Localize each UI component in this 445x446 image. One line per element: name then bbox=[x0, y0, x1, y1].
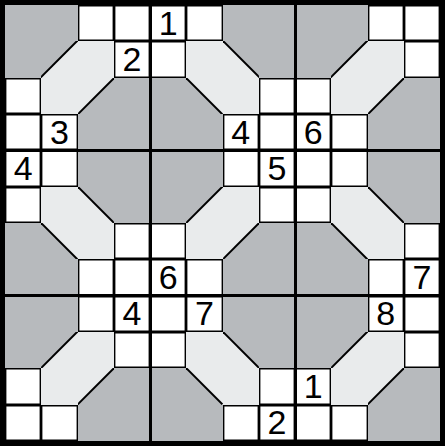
cell-r9c2 bbox=[41, 296, 77, 332]
octagon-corner-diagonal bbox=[331, 41, 367, 77]
cell-r12c9[interactable] bbox=[295, 405, 331, 441]
cell-r10c7 bbox=[223, 332, 259, 368]
cell-r3c12 bbox=[404, 78, 440, 114]
cell-r8c12: 7 bbox=[404, 259, 440, 295]
octagon-corner-diagonal bbox=[78, 78, 114, 114]
cell-r4c1[interactable] bbox=[5, 114, 41, 150]
cell-r7c1 bbox=[5, 223, 41, 259]
given-digit: 1 bbox=[159, 5, 178, 41]
cell-r7c11 bbox=[368, 223, 404, 259]
cell-r6c4 bbox=[114, 187, 150, 223]
cell-r2c1 bbox=[5, 41, 41, 77]
cell-r8c1 bbox=[5, 259, 41, 295]
cell-r10c5[interactable] bbox=[150, 332, 186, 368]
cell-r9c9 bbox=[295, 296, 331, 332]
cell-r4c11 bbox=[368, 114, 404, 150]
cell-r3c5 bbox=[150, 78, 186, 114]
octagon-corner-diagonal bbox=[41, 223, 77, 259]
cell-r6c10 bbox=[331, 187, 367, 223]
cell-r7c4[interactable] bbox=[114, 223, 150, 259]
cell-r12c3 bbox=[78, 405, 114, 441]
octagon-corner-diagonal bbox=[78, 368, 114, 404]
given-digit: 4 bbox=[14, 150, 33, 186]
cell-r3c6 bbox=[186, 78, 222, 114]
cell-r10c9 bbox=[295, 332, 331, 368]
cell-r5c1: 4 bbox=[5, 150, 41, 186]
puzzle-grid: 12346456747812 bbox=[5, 5, 440, 441]
octagon-corner-diagonal bbox=[331, 332, 367, 368]
given-digit: 4 bbox=[122, 296, 141, 332]
cell-r12c4 bbox=[114, 405, 150, 441]
cell-r1c5: 1 bbox=[150, 5, 186, 41]
cell-r3c1[interactable] bbox=[5, 78, 41, 114]
cell-r4c2: 3 bbox=[41, 114, 77, 150]
cell-r12c11 bbox=[368, 405, 404, 441]
cell-r4c12 bbox=[404, 114, 440, 150]
cell-r10c6 bbox=[186, 332, 222, 368]
cell-r2c11 bbox=[368, 41, 404, 77]
cell-r11c5 bbox=[150, 368, 186, 404]
cell-r3c7 bbox=[223, 78, 259, 114]
cell-r11c11 bbox=[368, 368, 404, 404]
cell-r8c6[interactable] bbox=[186, 259, 222, 295]
cell-r4c10[interactable] bbox=[331, 114, 367, 150]
cell-r1c10 bbox=[331, 5, 367, 41]
cell-r5c11 bbox=[368, 150, 404, 186]
cell-r10c4[interactable] bbox=[114, 332, 150, 368]
cell-r2c4: 2 bbox=[114, 41, 150, 77]
cell-r4c8[interactable] bbox=[259, 114, 295, 150]
given-digit: 4 bbox=[231, 114, 250, 150]
given-digit: 6 bbox=[159, 259, 178, 295]
given-digit: 5 bbox=[267, 150, 286, 186]
cell-r8c8 bbox=[259, 259, 295, 295]
cell-r6c5 bbox=[150, 187, 186, 223]
octagon-corner-diagonal bbox=[368, 368, 404, 404]
cell-r4c9: 6 bbox=[295, 114, 331, 150]
cell-r9c6: 7 bbox=[186, 296, 222, 332]
octagon-corner-diagonal bbox=[223, 41, 259, 77]
given-digit: 2 bbox=[267, 405, 286, 441]
cell-r2c12[interactable] bbox=[404, 41, 440, 77]
cell-r11c6 bbox=[186, 368, 222, 404]
given-digit: 8 bbox=[376, 296, 395, 332]
cell-r6c1[interactable] bbox=[5, 187, 41, 223]
cell-r6c9[interactable] bbox=[295, 187, 331, 223]
cell-r10c1 bbox=[5, 332, 41, 368]
octagon-corner-diagonal bbox=[223, 332, 259, 368]
cell-r1c6[interactable] bbox=[186, 5, 222, 41]
cell-r5c2[interactable] bbox=[41, 150, 77, 186]
cell-r10c11 bbox=[368, 332, 404, 368]
cell-r9c7 bbox=[223, 296, 259, 332]
cell-r7c5[interactable] bbox=[150, 223, 186, 259]
cell-r3c4 bbox=[114, 78, 150, 114]
cell-r9c1 bbox=[5, 296, 41, 332]
cell-r11c8[interactable] bbox=[259, 368, 295, 404]
cell-r2c5[interactable] bbox=[150, 41, 186, 77]
cell-r6c6 bbox=[186, 187, 222, 223]
cell-r6c7 bbox=[223, 187, 259, 223]
cell-r9c5[interactable] bbox=[150, 296, 186, 332]
cell-r7c7 bbox=[223, 223, 259, 259]
cell-r2c6 bbox=[186, 41, 222, 77]
cell-r10c10 bbox=[331, 332, 367, 368]
thick-box-line-horizontal-2 bbox=[5, 294, 440, 297]
given-digit: 3 bbox=[50, 114, 69, 150]
cell-r3c11 bbox=[368, 78, 404, 114]
cell-r1c12[interactable] bbox=[404, 5, 440, 41]
cell-r4c6 bbox=[186, 114, 222, 150]
octagon-corner-diagonal bbox=[41, 41, 77, 77]
cell-r8c10 bbox=[331, 259, 367, 295]
cell-r8c5: 6 bbox=[150, 259, 186, 295]
cell-r3c10 bbox=[331, 78, 367, 114]
cell-r12c2[interactable] bbox=[41, 405, 77, 441]
cell-r8c4[interactable] bbox=[114, 259, 150, 295]
cell-r12c10[interactable] bbox=[331, 405, 367, 441]
cell-r12c12 bbox=[404, 405, 440, 441]
cell-r11c4 bbox=[114, 368, 150, 404]
cell-r3c3 bbox=[78, 78, 114, 114]
cell-r5c10[interactable] bbox=[331, 150, 367, 186]
cell-r7c8 bbox=[259, 223, 295, 259]
cell-r6c12 bbox=[404, 187, 440, 223]
given-digit: 7 bbox=[412, 259, 431, 295]
puzzle-board: 12346456747812 bbox=[0, 0, 445, 446]
cell-r5c5 bbox=[150, 150, 186, 186]
cell-r10c8 bbox=[259, 332, 295, 368]
cell-r12c1[interactable] bbox=[5, 405, 41, 441]
cell-r3c8[interactable] bbox=[259, 78, 295, 114]
octagon-corner-diagonal bbox=[368, 187, 404, 223]
octagon-corner-diagonal bbox=[186, 78, 222, 114]
cell-r6c8[interactable] bbox=[259, 187, 295, 223]
cell-r12c7[interactable] bbox=[223, 405, 259, 441]
octagon-corner-diagonal bbox=[41, 332, 77, 368]
octagon-corner-diagonal bbox=[331, 223, 367, 259]
cell-r11c7 bbox=[223, 368, 259, 404]
cell-r7c3 bbox=[78, 223, 114, 259]
cell-r1c3[interactable] bbox=[78, 5, 114, 41]
cell-r1c1 bbox=[5, 5, 41, 41]
cell-r9c12[interactable] bbox=[404, 296, 440, 332]
cell-r9c8 bbox=[259, 296, 295, 332]
cell-r2c2 bbox=[41, 41, 77, 77]
thick-box-line-vertical-2 bbox=[294, 5, 297, 441]
cell-r12c8: 2 bbox=[259, 405, 295, 441]
cell-r5c9[interactable] bbox=[295, 150, 331, 186]
cell-r12c5 bbox=[150, 405, 186, 441]
cell-r6c11 bbox=[368, 187, 404, 223]
cell-r8c11[interactable] bbox=[368, 259, 404, 295]
cell-r8c9 bbox=[295, 259, 331, 295]
cell-r5c7[interactable] bbox=[223, 150, 259, 186]
given-digit: 1 bbox=[304, 368, 323, 404]
cell-r5c12 bbox=[404, 150, 440, 186]
cell-r1c7 bbox=[223, 5, 259, 41]
cell-r5c3 bbox=[78, 150, 114, 186]
cell-r9c11: 8 bbox=[368, 296, 404, 332]
cell-r10c2 bbox=[41, 332, 77, 368]
cell-r10c3 bbox=[78, 332, 114, 368]
cell-r5c4 bbox=[114, 150, 150, 186]
cell-r2c9 bbox=[295, 41, 331, 77]
cell-r11c9: 1 bbox=[295, 368, 331, 404]
cell-r6c2 bbox=[41, 187, 77, 223]
cell-r11c10 bbox=[331, 368, 367, 404]
cell-r1c2 bbox=[41, 5, 77, 41]
cell-r5c6 bbox=[186, 150, 222, 186]
cell-r8c7 bbox=[223, 259, 259, 295]
cell-r2c10 bbox=[331, 41, 367, 77]
cell-r2c8 bbox=[259, 41, 295, 77]
thick-box-line-vertical-1 bbox=[149, 5, 152, 441]
cell-r4c3 bbox=[78, 114, 114, 150]
cell-r9c4: 4 bbox=[114, 296, 150, 332]
cell-r3c2 bbox=[41, 78, 77, 114]
cell-r1c9 bbox=[295, 5, 331, 41]
thick-box-line-horizontal-1 bbox=[5, 149, 440, 152]
cell-r2c7 bbox=[223, 41, 259, 77]
cell-r6c3 bbox=[78, 187, 114, 223]
given-digit: 7 bbox=[195, 296, 214, 332]
cell-r10c12[interactable] bbox=[404, 332, 440, 368]
cell-r1c8 bbox=[259, 5, 295, 41]
cell-r5c8: 5 bbox=[259, 150, 295, 186]
cell-r2c3 bbox=[78, 41, 114, 77]
cell-r1c4[interactable] bbox=[114, 5, 150, 41]
octagon-corner-diagonal bbox=[78, 187, 114, 223]
octagon-corner-diagonal bbox=[186, 368, 222, 404]
cell-r3c9[interactable] bbox=[295, 78, 331, 114]
octagon-corner-diagonal bbox=[223, 223, 259, 259]
cell-r7c2 bbox=[41, 223, 77, 259]
cell-r4c7: 4 bbox=[223, 114, 259, 150]
cell-r4c4 bbox=[114, 114, 150, 150]
given-digit: 2 bbox=[122, 41, 141, 77]
cell-r4c5 bbox=[150, 114, 186, 150]
cell-r11c3 bbox=[78, 368, 114, 404]
cell-r11c2 bbox=[41, 368, 77, 404]
cell-r7c10 bbox=[331, 223, 367, 259]
octagon-corner-diagonal bbox=[186, 187, 222, 223]
cell-r11c1[interactable] bbox=[5, 368, 41, 404]
cell-r9c3[interactable] bbox=[78, 296, 114, 332]
cell-r8c2 bbox=[41, 259, 77, 295]
octagon-corner-diagonal bbox=[368, 78, 404, 114]
cell-r1c11[interactable] bbox=[368, 5, 404, 41]
cell-r7c6 bbox=[186, 223, 222, 259]
cell-r7c9 bbox=[295, 223, 331, 259]
cell-r9c10 bbox=[331, 296, 367, 332]
cell-r7c12[interactable] bbox=[404, 223, 440, 259]
cell-r12c6 bbox=[186, 405, 222, 441]
cell-r11c12 bbox=[404, 368, 440, 404]
given-digit: 6 bbox=[304, 114, 323, 150]
cell-r8c3[interactable] bbox=[78, 259, 114, 295]
